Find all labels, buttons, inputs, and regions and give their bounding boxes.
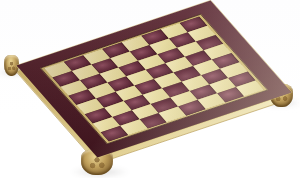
chess-board	[15, 0, 292, 158]
inner-brass-border	[40, 14, 268, 144]
product-photo	[0, 0, 300, 178]
board-frame	[17, 1, 292, 158]
board-playing-field	[44, 16, 263, 141]
